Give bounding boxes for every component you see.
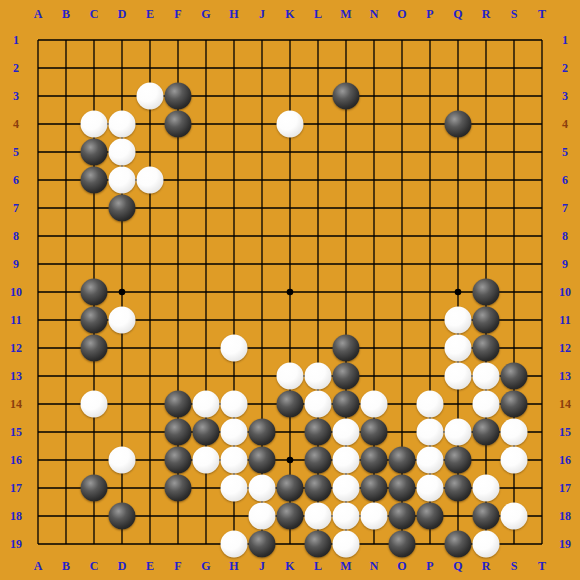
intersection-R7[interactable] xyxy=(473,195,499,221)
intersection-D9[interactable] xyxy=(109,251,135,277)
black-stone-R12: ● xyxy=(473,335,500,362)
intersection-H18[interactable] xyxy=(221,503,247,529)
intersection-P1[interactable] xyxy=(417,27,443,53)
intersection-E12[interactable] xyxy=(137,335,163,361)
intersection-K2[interactable] xyxy=(277,55,303,81)
intersection-B4[interactable] xyxy=(53,111,79,137)
intersection-J9[interactable] xyxy=(249,251,275,277)
intersection-T2[interactable] xyxy=(529,55,555,81)
intersection-P2[interactable] xyxy=(417,55,443,81)
intersection-T1[interactable] xyxy=(529,27,555,53)
intersection-H6[interactable] xyxy=(221,167,247,193)
intersection-D15[interactable] xyxy=(109,419,135,445)
intersection-H4[interactable] xyxy=(221,111,247,137)
intersection-E13[interactable] xyxy=(137,363,163,389)
intersection-A3[interactable] xyxy=(25,83,51,109)
intersection-L5[interactable] xyxy=(305,139,331,165)
intersection-B13[interactable] xyxy=(53,363,79,389)
intersection-J12[interactable] xyxy=(249,335,275,361)
intersection-R9[interactable] xyxy=(473,251,499,277)
intersection-Q8[interactable] xyxy=(445,223,471,249)
intersection-P9[interactable] xyxy=(417,251,443,277)
intersection-Q1[interactable] xyxy=(445,27,471,53)
intersection-G6[interactable] xyxy=(193,167,219,193)
intersection-E19[interactable] xyxy=(137,531,163,557)
intersection-K7[interactable] xyxy=(277,195,303,221)
col-label-bottom-K: K xyxy=(280,558,300,574)
intersection-A8[interactable] xyxy=(25,223,51,249)
intersection-C7[interactable] xyxy=(81,195,107,221)
intersection-B19[interactable] xyxy=(53,531,79,557)
white-stone-K13: ○ xyxy=(277,363,304,390)
intersection-T6[interactable] xyxy=(529,167,555,193)
intersection-M6[interactable] xyxy=(333,167,359,193)
intersection-L3[interactable] xyxy=(305,83,331,109)
col-label-top-B: B xyxy=(56,6,76,22)
intersection-S11[interactable] xyxy=(501,307,527,333)
col-label-top-P: P xyxy=(420,6,440,22)
intersection-O5[interactable] xyxy=(389,139,415,165)
intersection-C3[interactable] xyxy=(81,83,107,109)
intersection-E10[interactable] xyxy=(137,279,163,305)
intersection-T5[interactable] xyxy=(529,139,555,165)
intersection-P10[interactable] xyxy=(417,279,443,305)
intersection-R16[interactable] xyxy=(473,447,499,473)
intersection-R6[interactable] xyxy=(473,167,499,193)
intersection-M1[interactable] xyxy=(333,27,359,53)
intersection-T18[interactable] xyxy=(529,503,555,529)
intersection-T14[interactable] xyxy=(529,391,555,417)
intersection-T12[interactable] xyxy=(529,335,555,361)
intersection-G1[interactable] xyxy=(193,27,219,53)
intersection-A7[interactable] xyxy=(25,195,51,221)
intersection-A16[interactable] xyxy=(25,447,51,473)
intersection-M4[interactable] xyxy=(333,111,359,137)
white-stone-D6: ○ xyxy=(109,167,136,194)
white-stone-S15: ○ xyxy=(501,419,528,446)
intersection-E8[interactable] xyxy=(137,223,163,249)
intersection-G19[interactable] xyxy=(193,531,219,557)
intersection-N6[interactable] xyxy=(361,167,387,193)
intersection-D2[interactable] xyxy=(109,55,135,81)
intersection-E1[interactable] xyxy=(137,27,163,53)
intersection-O14[interactable] xyxy=(389,391,415,417)
white-stone-L14: ○ xyxy=(305,391,332,418)
intersection-H3[interactable] xyxy=(221,83,247,109)
intersection-O10[interactable] xyxy=(389,279,415,305)
intersection-Q9[interactable] xyxy=(445,251,471,277)
intersection-A5[interactable] xyxy=(25,139,51,165)
intersection-E16[interactable] xyxy=(137,447,163,473)
intersection-R1[interactable] xyxy=(473,27,499,53)
intersection-O11[interactable] xyxy=(389,307,415,333)
intersection-A9[interactable] xyxy=(25,251,51,277)
intersection-R8[interactable] xyxy=(473,223,499,249)
intersection-F12[interactable] xyxy=(165,335,191,361)
intersection-G8[interactable] xyxy=(193,223,219,249)
intersection-B7[interactable] xyxy=(53,195,79,221)
intersection-H10[interactable] xyxy=(221,279,247,305)
intersection-L1[interactable] xyxy=(305,27,331,53)
intersection-K10[interactable] xyxy=(277,279,303,305)
intersection-N7[interactable] xyxy=(361,195,387,221)
intersection-N4[interactable] xyxy=(361,111,387,137)
intersection-K11[interactable] xyxy=(277,307,303,333)
white-stone-Q11: ○ xyxy=(445,307,472,334)
intersection-R4[interactable] xyxy=(473,111,499,137)
intersection-J14[interactable] xyxy=(249,391,275,417)
intersection-H13[interactable] xyxy=(221,363,247,389)
intersection-Q3[interactable] xyxy=(445,83,471,109)
intersection-D12[interactable] xyxy=(109,335,135,361)
intersection-M2[interactable] xyxy=(333,55,359,81)
intersection-G17[interactable] xyxy=(193,475,219,501)
intersection-T9[interactable] xyxy=(529,251,555,277)
intersection-N8[interactable] xyxy=(361,223,387,249)
intersection-L12[interactable] xyxy=(305,335,331,361)
intersection-E5[interactable] xyxy=(137,139,163,165)
white-stone-D5: ○ xyxy=(109,139,136,166)
intersection-C2[interactable] xyxy=(81,55,107,81)
intersection-M8[interactable] xyxy=(333,223,359,249)
intersection-A11[interactable] xyxy=(25,307,51,333)
intersection-S4[interactable] xyxy=(501,111,527,137)
black-stone-M12: ● xyxy=(333,335,360,362)
intersection-E9[interactable] xyxy=(137,251,163,277)
intersection-S17[interactable] xyxy=(501,475,527,501)
intersection-Q14[interactable] xyxy=(445,391,471,417)
intersection-B3[interactable] xyxy=(53,83,79,109)
intersection-A18[interactable] xyxy=(25,503,51,529)
intersection-N13[interactable] xyxy=(361,363,387,389)
intersection-S2[interactable] xyxy=(501,55,527,81)
col-label-top-L: L xyxy=(308,6,328,22)
intersection-G9[interactable] xyxy=(193,251,219,277)
intersection-E4[interactable] xyxy=(137,111,163,137)
intersection-O8[interactable] xyxy=(389,223,415,249)
intersection-D14[interactable] xyxy=(109,391,135,417)
intersection-Q5[interactable] xyxy=(445,139,471,165)
intersection-S9[interactable] xyxy=(501,251,527,277)
intersection-T13[interactable] xyxy=(529,363,555,389)
intersection-L6[interactable] xyxy=(305,167,331,193)
intersection-O2[interactable] xyxy=(389,55,415,81)
intersection-C19[interactable] xyxy=(81,531,107,557)
intersection-E15[interactable] xyxy=(137,419,163,445)
intersection-P7[interactable] xyxy=(417,195,443,221)
intersection-H7[interactable] xyxy=(221,195,247,221)
intersection-F11[interactable] xyxy=(165,307,191,333)
intersection-B9[interactable] xyxy=(53,251,79,277)
row-label-right-17: 17 xyxy=(553,480,577,496)
intersection-N2[interactable] xyxy=(361,55,387,81)
intersection-J11[interactable] xyxy=(249,307,275,333)
intersection-H5[interactable] xyxy=(221,139,247,165)
intersection-M9[interactable] xyxy=(333,251,359,277)
intersection-J5[interactable] xyxy=(249,139,275,165)
black-stone-L17: ● xyxy=(305,475,332,502)
intersection-K9[interactable] xyxy=(277,251,303,277)
intersection-S6[interactable] xyxy=(501,167,527,193)
intersection-E7[interactable] xyxy=(137,195,163,221)
intersection-S8[interactable] xyxy=(501,223,527,249)
intersection-A19[interactable] xyxy=(25,531,51,557)
col-label-top-O: O xyxy=(392,6,412,22)
intersection-H11[interactable] xyxy=(221,307,247,333)
intersection-F13[interactable] xyxy=(165,363,191,389)
intersection-H9[interactable] xyxy=(221,251,247,277)
intersection-C9[interactable] xyxy=(81,251,107,277)
intersection-L9[interactable] xyxy=(305,251,331,277)
intersection-K5[interactable] xyxy=(277,139,303,165)
black-stone-F14: ● xyxy=(165,391,192,418)
intersection-K15[interactable] xyxy=(277,419,303,445)
intersection-G12[interactable] xyxy=(193,335,219,361)
intersection-S7[interactable] xyxy=(501,195,527,221)
intersection-N3[interactable] xyxy=(361,83,387,109)
intersection-S1[interactable] xyxy=(501,27,527,53)
white-stone-P15: ○ xyxy=(417,419,444,446)
intersection-J7[interactable] xyxy=(249,195,275,221)
intersection-J8[interactable] xyxy=(249,223,275,249)
black-stone-K17: ● xyxy=(277,475,304,502)
intersection-B15[interactable] xyxy=(53,419,79,445)
intersection-H1[interactable] xyxy=(221,27,247,53)
intersection-E18[interactable] xyxy=(137,503,163,529)
intersection-A15[interactable] xyxy=(25,419,51,445)
intersection-S3[interactable] xyxy=(501,83,527,109)
intersection-T17[interactable] xyxy=(529,475,555,501)
intersection-P11[interactable] xyxy=(417,307,443,333)
row-label-right-12: 12 xyxy=(553,340,577,356)
intersection-R3[interactable] xyxy=(473,83,499,109)
intersection-F8[interactable] xyxy=(165,223,191,249)
intersection-Q18[interactable] xyxy=(445,503,471,529)
intersection-P3[interactable] xyxy=(417,83,443,109)
white-stone-R13: ○ xyxy=(473,363,500,390)
intersection-F6[interactable] xyxy=(165,167,191,193)
intersection-E14[interactable] xyxy=(137,391,163,417)
white-stone-R17: ○ xyxy=(473,475,500,502)
intersection-F1[interactable] xyxy=(165,27,191,53)
intersection-J1[interactable] xyxy=(249,27,275,53)
black-stone-C10: ● xyxy=(81,279,108,306)
intersection-B17[interactable] xyxy=(53,475,79,501)
intersection-O15[interactable] xyxy=(389,419,415,445)
intersection-O4[interactable] xyxy=(389,111,415,137)
intersection-F7[interactable] xyxy=(165,195,191,221)
intersection-A1[interactable] xyxy=(25,27,51,53)
intersection-R5[interactable] xyxy=(473,139,499,165)
intersection-N11[interactable] xyxy=(361,307,387,333)
intersection-L2[interactable] xyxy=(305,55,331,81)
intersection-O13[interactable] xyxy=(389,363,415,389)
intersection-L10[interactable] xyxy=(305,279,331,305)
intersection-L7[interactable] xyxy=(305,195,331,221)
intersection-K6[interactable] xyxy=(277,167,303,193)
intersection-B1[interactable] xyxy=(53,27,79,53)
white-stone-P17: ○ xyxy=(417,475,444,502)
intersection-C13[interactable] xyxy=(81,363,107,389)
intersection-N9[interactable] xyxy=(361,251,387,277)
intersection-Q7[interactable] xyxy=(445,195,471,221)
intersection-M11[interactable] xyxy=(333,307,359,333)
intersection-O7[interactable] xyxy=(389,195,415,221)
intersection-K8[interactable] xyxy=(277,223,303,249)
white-stone-S16: ○ xyxy=(501,447,528,474)
intersection-O9[interactable] xyxy=(389,251,415,277)
intersection-G4[interactable] xyxy=(193,111,219,137)
intersection-P19[interactable] xyxy=(417,531,443,557)
intersection-P6[interactable] xyxy=(417,167,443,193)
intersection-G7[interactable] xyxy=(193,195,219,221)
intersection-R2[interactable] xyxy=(473,55,499,81)
intersection-A13[interactable] xyxy=(25,363,51,389)
intersection-E17[interactable] xyxy=(137,475,163,501)
intersection-F10[interactable] xyxy=(165,279,191,305)
intersection-K3[interactable] xyxy=(277,83,303,109)
black-stone-J19: ● xyxy=(249,531,276,558)
intersection-N12[interactable] xyxy=(361,335,387,361)
col-label-bottom-S: S xyxy=(504,558,524,574)
intersection-D3[interactable] xyxy=(109,83,135,109)
intersection-O12[interactable] xyxy=(389,335,415,361)
intersection-K1[interactable] xyxy=(277,27,303,53)
intersection-T11[interactable] xyxy=(529,307,555,333)
intersection-C16[interactable] xyxy=(81,447,107,473)
intersection-T19[interactable] xyxy=(529,531,555,557)
intersection-C8[interactable] xyxy=(81,223,107,249)
intersection-D19[interactable] xyxy=(109,531,135,557)
intersection-S19[interactable] xyxy=(501,531,527,557)
intersection-D1[interactable] xyxy=(109,27,135,53)
intersection-S10[interactable] xyxy=(501,279,527,305)
white-stone-M17: ○ xyxy=(333,475,360,502)
intersection-A17[interactable] xyxy=(25,475,51,501)
intersection-J3[interactable] xyxy=(249,83,275,109)
intersection-L4[interactable] xyxy=(305,111,331,137)
intersection-A2[interactable] xyxy=(25,55,51,81)
intersection-D8[interactable] xyxy=(109,223,135,249)
intersection-L11[interactable] xyxy=(305,307,331,333)
intersection-L8[interactable] xyxy=(305,223,331,249)
intersection-P13[interactable] xyxy=(417,363,443,389)
intersection-B16[interactable] xyxy=(53,447,79,473)
intersection-D10[interactable] xyxy=(109,279,135,305)
intersection-H8[interactable] xyxy=(221,223,247,249)
intersection-T16[interactable] xyxy=(529,447,555,473)
black-stone-M13: ● xyxy=(333,363,360,390)
intersection-T8[interactable] xyxy=(529,223,555,249)
intersection-B12[interactable] xyxy=(53,335,79,361)
intersection-J6[interactable] xyxy=(249,167,275,193)
black-stone-J15: ● xyxy=(249,419,276,446)
intersection-N1[interactable] xyxy=(361,27,387,53)
intersection-T7[interactable] xyxy=(529,195,555,221)
intersection-T3[interactable] xyxy=(529,83,555,109)
intersection-S12[interactable] xyxy=(501,335,527,361)
intersection-A14[interactable] xyxy=(25,391,51,417)
intersection-D17[interactable] xyxy=(109,475,135,501)
intersection-A4[interactable] xyxy=(25,111,51,137)
intersection-F9[interactable] xyxy=(165,251,191,277)
go-board[interactable]: AABBCCDDEEFFGGHHJJKKLLMMNNOOPPQQRRSSTT11… xyxy=(0,0,580,580)
intersection-O6[interactable] xyxy=(389,167,415,193)
intersection-E2[interactable] xyxy=(137,55,163,81)
intersection-G10[interactable] xyxy=(193,279,219,305)
intersection-F19[interactable] xyxy=(165,531,191,557)
black-stone-S13: ● xyxy=(501,363,528,390)
intersection-A12[interactable] xyxy=(25,335,51,361)
intersection-C18[interactable] xyxy=(81,503,107,529)
intersection-Q10[interactable] xyxy=(445,279,471,305)
intersection-B6[interactable] xyxy=(53,167,79,193)
intersection-M7[interactable] xyxy=(333,195,359,221)
intersection-K12[interactable] xyxy=(277,335,303,361)
intersection-J2[interactable] xyxy=(249,55,275,81)
intersection-B14[interactable] xyxy=(53,391,79,417)
intersection-T4[interactable] xyxy=(529,111,555,137)
intersection-C15[interactable] xyxy=(81,419,107,445)
intersection-F18[interactable] xyxy=(165,503,191,529)
intersection-D13[interactable] xyxy=(109,363,135,389)
intersection-P12[interactable] xyxy=(417,335,443,361)
intersection-Q2[interactable] xyxy=(445,55,471,81)
intersection-P5[interactable] xyxy=(417,139,443,165)
intersection-B8[interactable] xyxy=(53,223,79,249)
intersection-B2[interactable] xyxy=(53,55,79,81)
intersection-G18[interactable] xyxy=(193,503,219,529)
intersection-N10[interactable] xyxy=(361,279,387,305)
intersection-P4[interactable] xyxy=(417,111,443,137)
intersection-G11[interactable] xyxy=(193,307,219,333)
intersection-H2[interactable] xyxy=(221,55,247,81)
intersection-E11[interactable] xyxy=(137,307,163,333)
intersection-A6[interactable] xyxy=(25,167,51,193)
intersection-B10[interactable] xyxy=(53,279,79,305)
intersection-B18[interactable] xyxy=(53,503,79,529)
intersection-K19[interactable] xyxy=(277,531,303,557)
intersection-G3[interactable] xyxy=(193,83,219,109)
intersection-O3[interactable] xyxy=(389,83,415,109)
intersection-T10[interactable] xyxy=(529,279,555,305)
black-stone-C5: ● xyxy=(81,139,108,166)
intersection-C1[interactable] xyxy=(81,27,107,53)
intersection-F5[interactable] xyxy=(165,139,191,165)
intersection-B5[interactable] xyxy=(53,139,79,165)
intersection-M10[interactable] xyxy=(333,279,359,305)
intersection-N5[interactable] xyxy=(361,139,387,165)
intersection-J4[interactable] xyxy=(249,111,275,137)
black-stone-C12: ● xyxy=(81,335,108,362)
intersection-A10[interactable] xyxy=(25,279,51,305)
intersection-J13[interactable] xyxy=(249,363,275,389)
intersection-T15[interactable] xyxy=(529,419,555,445)
intersection-M5[interactable] xyxy=(333,139,359,165)
intersection-F2[interactable] xyxy=(165,55,191,81)
intersection-J10[interactable] xyxy=(249,279,275,305)
intersection-Q6[interactable] xyxy=(445,167,471,193)
intersection-P8[interactable] xyxy=(417,223,443,249)
intersection-G5[interactable] xyxy=(193,139,219,165)
intersection-B11[interactable] xyxy=(53,307,79,333)
intersection-G2[interactable] xyxy=(193,55,219,81)
intersection-N19[interactable] xyxy=(361,531,387,557)
intersection-S5[interactable] xyxy=(501,139,527,165)
intersection-K16[interactable] xyxy=(277,447,303,473)
intersection-G13[interactable] xyxy=(193,363,219,389)
intersection-O1[interactable] xyxy=(389,27,415,53)
